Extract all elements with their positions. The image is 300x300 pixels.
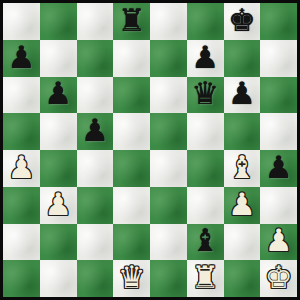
black-pawn-icon: ♟ [265, 152, 293, 183]
square-b2[interactable] [40, 224, 77, 261]
square-f8[interactable] [187, 3, 224, 40]
black-pawn-icon: ♟ [44, 78, 72, 109]
square-d5[interactable] [113, 113, 150, 150]
square-a6[interactable] [3, 77, 40, 114]
white-bishop-icon: ♝ [228, 152, 256, 183]
square-d4[interactable] [113, 150, 150, 187]
square-a3[interactable] [3, 187, 40, 224]
square-c5[interactable]: ♟ [77, 113, 114, 150]
square-h8[interactable] [260, 3, 297, 40]
square-d1[interactable]: ♛ [113, 260, 150, 297]
black-pawn-icon: ♟ [228, 78, 256, 109]
square-h7[interactable] [260, 40, 297, 77]
square-b4[interactable] [40, 150, 77, 187]
chess-board: ♜♚♟♟♟♛♟♟♟♝♟♟♟♝♟♛♜♚ [3, 3, 297, 297]
square-g2[interactable] [224, 224, 261, 261]
square-a1[interactable] [3, 260, 40, 297]
square-f1[interactable]: ♜ [187, 260, 224, 297]
square-f3[interactable] [187, 187, 224, 224]
square-a2[interactable] [3, 224, 40, 261]
square-b5[interactable] [40, 113, 77, 150]
square-f6[interactable]: ♛ [187, 77, 224, 114]
square-d2[interactable] [113, 224, 150, 261]
black-bishop-icon: ♝ [191, 225, 219, 256]
black-pawn-icon: ♟ [81, 115, 109, 146]
white-rook-icon: ♜ [191, 262, 219, 293]
square-a4[interactable]: ♟ [3, 150, 40, 187]
square-g7[interactable] [224, 40, 261, 77]
square-g8[interactable]: ♚ [224, 3, 261, 40]
square-a8[interactable] [3, 3, 40, 40]
square-f4[interactable] [187, 150, 224, 187]
square-b7[interactable] [40, 40, 77, 77]
square-f7[interactable]: ♟ [187, 40, 224, 77]
square-e5[interactable] [150, 113, 187, 150]
white-pawn-icon: ♟ [44, 189, 72, 220]
white-pawn-icon: ♟ [7, 152, 35, 183]
black-king-icon: ♚ [228, 5, 256, 36]
square-h6[interactable] [260, 77, 297, 114]
square-a5[interactable] [3, 113, 40, 150]
square-e8[interactable] [150, 3, 187, 40]
chess-board-frame: ♜♚♟♟♟♛♟♟♟♝♟♟♟♝♟♛♜♚ [0, 0, 300, 300]
square-d7[interactable] [113, 40, 150, 77]
square-c1[interactable] [77, 260, 114, 297]
black-queen-icon: ♛ [191, 78, 219, 109]
square-g5[interactable] [224, 113, 261, 150]
square-e6[interactable] [150, 77, 187, 114]
square-f5[interactable] [187, 113, 224, 150]
square-d3[interactable] [113, 187, 150, 224]
square-g4[interactable]: ♝ [224, 150, 261, 187]
square-h3[interactable] [260, 187, 297, 224]
black-pawn-icon: ♟ [7, 42, 35, 73]
square-f2[interactable]: ♝ [187, 224, 224, 261]
square-c4[interactable] [77, 150, 114, 187]
square-h4[interactable]: ♟ [260, 150, 297, 187]
white-queen-icon: ♛ [118, 262, 146, 293]
square-c2[interactable] [77, 224, 114, 261]
square-b8[interactable] [40, 3, 77, 40]
square-b6[interactable]: ♟ [40, 77, 77, 114]
square-b1[interactable] [40, 260, 77, 297]
square-a7[interactable]: ♟ [3, 40, 40, 77]
square-d6[interactable] [113, 77, 150, 114]
square-d8[interactable]: ♜ [113, 3, 150, 40]
white-pawn-icon: ♟ [228, 189, 256, 220]
square-h2[interactable]: ♟ [260, 224, 297, 261]
square-h5[interactable] [260, 113, 297, 150]
square-c7[interactable] [77, 40, 114, 77]
square-e3[interactable] [150, 187, 187, 224]
white-king-icon: ♚ [265, 262, 293, 293]
square-e1[interactable] [150, 260, 187, 297]
black-rook-icon: ♜ [118, 5, 146, 36]
square-c6[interactable] [77, 77, 114, 114]
square-h1[interactable]: ♚ [260, 260, 297, 297]
square-g1[interactable] [224, 260, 261, 297]
square-e2[interactable] [150, 224, 187, 261]
square-e7[interactable] [150, 40, 187, 77]
square-c8[interactable] [77, 3, 114, 40]
square-g6[interactable]: ♟ [224, 77, 261, 114]
square-b3[interactable]: ♟ [40, 187, 77, 224]
square-e4[interactable] [150, 150, 187, 187]
square-c3[interactable] [77, 187, 114, 224]
square-g3[interactable]: ♟ [224, 187, 261, 224]
white-pawn-icon: ♟ [265, 225, 293, 256]
black-pawn-icon: ♟ [191, 42, 219, 73]
